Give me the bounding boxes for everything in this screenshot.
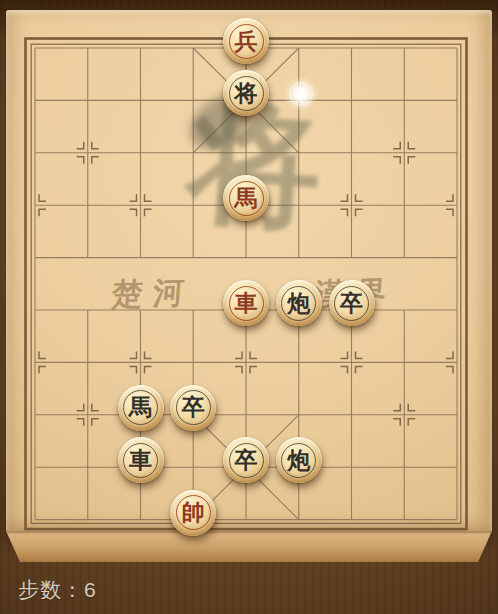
piece-black-chariot[interactable]: 車 [118, 437, 164, 483]
sparkle-indicator [283, 76, 319, 112]
piece-glyph: 将 [235, 81, 258, 104]
piece-glyph: 卒 [235, 448, 258, 471]
piece-glyph: 卒 [340, 291, 363, 314]
piece-black-soldier[interactable]: 卒 [170, 385, 216, 431]
piece-glyph: 馬 [129, 395, 152, 418]
piece-glyph: 炮 [287, 291, 310, 314]
piece-glyph: 車 [235, 291, 258, 314]
piece-red-horse[interactable]: 馬 [223, 175, 269, 221]
piece-glyph: 帥 [182, 500, 205, 523]
piece-red-soldier[interactable]: 兵 [223, 18, 269, 64]
river-label-left: 楚河 [92, 272, 203, 315]
board-front-edge [6, 531, 492, 562]
piece-glyph: 兵 [235, 29, 258, 52]
piece-black-cannon[interactable]: 炮 [276, 280, 322, 326]
xiangqi-app: 楚河 漢界 将 兵将馬車炮卒馬卒車卒炮帥 步数：6 [0, 0, 498, 614]
piece-glyph: 車 [129, 448, 152, 471]
piece-black-soldier[interactable]: 卒 [329, 280, 375, 326]
piece-red-general[interactable]: 帥 [170, 490, 216, 536]
piece-black-soldier[interactable]: 卒 [223, 437, 269, 483]
piece-glyph: 卒 [182, 395, 205, 418]
piece-glyph: 馬 [235, 186, 258, 209]
step-counter: 步数：6 [18, 576, 97, 604]
piece-black-horse[interactable]: 馬 [118, 385, 164, 431]
piece-glyph: 炮 [287, 448, 310, 471]
step-counter-label: 步数： [18, 576, 84, 604]
piece-black-cannon[interactable]: 炮 [276, 437, 322, 483]
piece-red-chariot[interactable]: 車 [223, 280, 269, 326]
step-counter-value: 6 [84, 576, 97, 604]
